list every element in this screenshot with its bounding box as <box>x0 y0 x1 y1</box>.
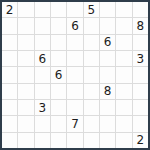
cell-r1c7[interactable] <box>100 2 115 17</box>
cell-r5c3[interactable] <box>35 67 50 82</box>
cell-r7c7[interactable] <box>100 100 115 115</box>
cell-r3c9[interactable] <box>133 35 148 50</box>
cell-r6c8[interactable] <box>116 84 131 99</box>
cell-r2c8[interactable] <box>116 18 131 33</box>
cell-r9c7[interactable] <box>100 133 115 148</box>
cell-r8c3[interactable] <box>35 116 50 131</box>
cell-r4c5[interactable] <box>67 51 82 66</box>
cell-r3c5[interactable] <box>67 35 82 50</box>
cell-r3c7[interactable]: 6 <box>100 35 115 50</box>
cell-r2c7[interactable] <box>100 18 115 33</box>
cell-r9c4[interactable] <box>51 133 66 148</box>
cell-r4c6[interactable] <box>84 51 99 66</box>
cell-r8c9[interactable] <box>133 116 148 131</box>
cell-r2c2[interactable] <box>18 18 33 33</box>
cell-r4c9[interactable]: 3 <box>133 51 148 66</box>
cell-r6c3[interactable] <box>35 84 50 99</box>
cell-r7c1[interactable] <box>2 100 17 115</box>
cell-r2c4[interactable] <box>51 18 66 33</box>
cell-r8c8[interactable] <box>116 116 131 131</box>
cell-r7c9[interactable] <box>133 100 148 115</box>
cell-r9c8[interactable] <box>116 133 131 148</box>
cell-r5c8[interactable] <box>116 67 131 82</box>
cell-r1c1[interactable]: 2 <box>2 2 17 17</box>
cell-r1c6[interactable]: 5 <box>84 2 99 17</box>
cell-r6c5[interactable] <box>67 84 82 99</box>
cell-r2c9[interactable]: 8 <box>133 18 148 33</box>
cell-r9c6[interactable] <box>84 133 99 148</box>
cell-r7c3[interactable]: 3 <box>35 100 50 115</box>
cell-r3c4[interactable] <box>51 35 66 50</box>
cell-r7c5[interactable] <box>67 100 82 115</box>
cell-r1c4[interactable] <box>51 2 66 17</box>
cell-r1c3[interactable] <box>35 2 50 17</box>
cell-r3c2[interactable] <box>18 35 33 50</box>
cell-r9c5[interactable] <box>67 133 82 148</box>
cell-r8c1[interactable] <box>2 116 17 131</box>
cell-r4c4[interactable] <box>51 51 66 66</box>
cell-r4c3[interactable]: 6 <box>35 51 50 66</box>
cell-r2c6[interactable] <box>84 18 99 33</box>
cell-r6c7[interactable]: 8 <box>100 84 115 99</box>
cell-r9c1[interactable] <box>2 133 17 148</box>
cell-r1c9[interactable] <box>133 2 148 17</box>
cell-r4c2[interactable] <box>18 51 33 66</box>
cell-r8c2[interactable] <box>18 116 33 131</box>
cell-r8c4[interactable] <box>51 116 66 131</box>
cell-r3c3[interactable] <box>35 35 50 50</box>
cell-r7c2[interactable] <box>18 100 33 115</box>
cell-r1c8[interactable] <box>116 2 131 17</box>
cell-r5c2[interactable] <box>18 67 33 82</box>
cell-r6c9[interactable] <box>133 84 148 99</box>
cell-r3c6[interactable] <box>84 35 99 50</box>
cell-r4c7[interactable] <box>100 51 115 66</box>
cell-r6c2[interactable] <box>18 84 33 99</box>
cell-r5c7[interactable] <box>100 67 115 82</box>
cell-r5c6[interactable] <box>84 67 99 82</box>
cell-r8c7[interactable] <box>100 116 115 131</box>
cell-r3c1[interactable] <box>2 35 17 50</box>
cell-r1c2[interactable] <box>18 2 33 17</box>
cell-r6c6[interactable] <box>84 84 99 99</box>
cell-r2c1[interactable] <box>2 18 17 33</box>
cell-r9c2[interactable] <box>18 133 33 148</box>
cell-r8c6[interactable] <box>84 116 99 131</box>
cell-r9c9[interactable]: 2 <box>133 133 148 148</box>
cell-r7c6[interactable] <box>84 100 99 115</box>
cell-r5c9[interactable] <box>133 67 148 82</box>
cell-r9c3[interactable] <box>35 133 50 148</box>
cell-r8c5[interactable]: 7 <box>67 116 82 131</box>
cell-r7c4[interactable] <box>51 100 66 115</box>
cell-r3c8[interactable] <box>116 35 131 50</box>
cell-r6c4[interactable] <box>51 84 66 99</box>
cell-r5c5[interactable] <box>67 67 82 82</box>
cell-r2c3[interactable] <box>35 18 50 33</box>
cell-r1c5[interactable] <box>67 2 82 17</box>
cell-r4c1[interactable] <box>2 51 17 66</box>
cell-r5c1[interactable] <box>2 67 17 82</box>
cell-r6c1[interactable] <box>2 84 17 99</box>
cell-r4c8[interactable] <box>116 51 131 66</box>
cell-r7c8[interactable] <box>116 100 131 115</box>
sudoku-board: 256866368372 <box>0 0 150 150</box>
cell-r5c4[interactable]: 6 <box>51 67 66 82</box>
cell-r2c5[interactable]: 6 <box>67 18 82 33</box>
